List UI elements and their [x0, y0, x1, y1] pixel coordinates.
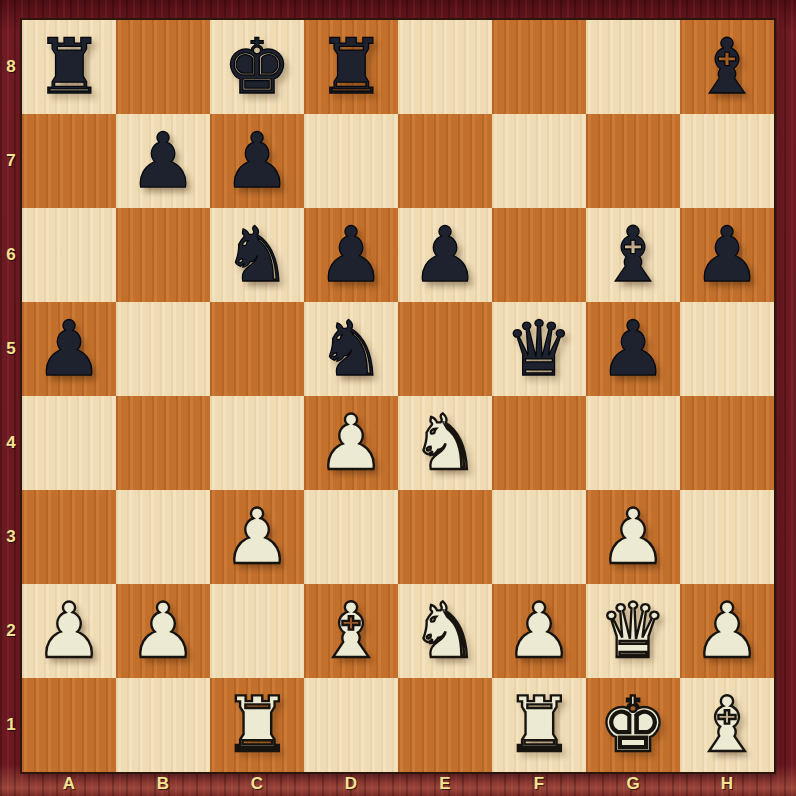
- square-f2[interactable]: ♟: [492, 584, 586, 678]
- square-c6[interactable]: ♞: [210, 208, 304, 302]
- piece-white-pawn: ♟: [223, 490, 291, 584]
- piece-white-bishop: ♝: [317, 584, 385, 678]
- square-f3[interactable]: [492, 490, 586, 584]
- rank-labels: 87654321: [0, 20, 22, 772]
- square-g7[interactable]: [586, 114, 680, 208]
- piece-white-rook: ♜: [223, 678, 291, 772]
- rank-label-7: 7: [0, 114, 22, 208]
- piece-white-king: ♚: [599, 678, 667, 772]
- rank-label-8: 8: [0, 20, 22, 114]
- square-a2[interactable]: ♟: [22, 584, 116, 678]
- chessboard-frame: 87654321 ♜♚♜♝♟♟♞♟♟♝♟♟♞♛♟♟♞♟♟♟♟♝♞♟♛♟♜♜♚♝ …: [0, 0, 796, 796]
- file-label-c: C: [210, 772, 304, 796]
- piece-white-pawn: ♟: [693, 584, 761, 678]
- square-g6[interactable]: ♝: [586, 208, 680, 302]
- square-b1[interactable]: [116, 678, 210, 772]
- piece-white-pawn: ♟: [317, 396, 385, 490]
- file-label-f: F: [492, 772, 586, 796]
- square-e6[interactable]: ♟: [398, 208, 492, 302]
- piece-black-pawn: ♟: [599, 302, 667, 396]
- square-g4[interactable]: [586, 396, 680, 490]
- square-a1[interactable]: [22, 678, 116, 772]
- piece-black-pawn: ♟: [129, 114, 197, 208]
- square-b7[interactable]: ♟: [116, 114, 210, 208]
- piece-black-bishop: ♝: [693, 20, 761, 114]
- square-h7[interactable]: [680, 114, 774, 208]
- rank-label-6: 6: [0, 208, 22, 302]
- square-c4[interactable]: [210, 396, 304, 490]
- square-b5[interactable]: [116, 302, 210, 396]
- square-b8[interactable]: [116, 20, 210, 114]
- square-g8[interactable]: [586, 20, 680, 114]
- piece-white-pawn: ♟: [35, 584, 103, 678]
- file-label-h: H: [680, 772, 774, 796]
- square-c7[interactable]: ♟: [210, 114, 304, 208]
- piece-black-pawn: ♟: [223, 114, 291, 208]
- square-d4[interactable]: ♟: [304, 396, 398, 490]
- piece-white-knight: ♞: [411, 584, 479, 678]
- square-f1[interactable]: ♜: [492, 678, 586, 772]
- piece-white-pawn: ♟: [129, 584, 197, 678]
- square-b3[interactable]: [116, 490, 210, 584]
- square-h1[interactable]: ♝: [680, 678, 774, 772]
- piece-black-knight: ♞: [317, 302, 385, 396]
- piece-black-pawn: ♟: [317, 208, 385, 302]
- square-h4[interactable]: [680, 396, 774, 490]
- piece-white-queen: ♛: [599, 584, 667, 678]
- square-c5[interactable]: [210, 302, 304, 396]
- square-d3[interactable]: [304, 490, 398, 584]
- square-f6[interactable]: [492, 208, 586, 302]
- rank-label-2: 2: [0, 584, 22, 678]
- square-d1[interactable]: [304, 678, 398, 772]
- square-a8[interactable]: ♜: [22, 20, 116, 114]
- rank-label-3: 3: [0, 490, 22, 584]
- square-e5[interactable]: [398, 302, 492, 396]
- piece-black-bishop: ♝: [599, 208, 667, 302]
- piece-white-knight: ♞: [411, 396, 479, 490]
- square-h3[interactable]: [680, 490, 774, 584]
- square-b6[interactable]: [116, 208, 210, 302]
- piece-white-pawn: ♟: [599, 490, 667, 584]
- square-h2[interactable]: ♟: [680, 584, 774, 678]
- square-f5[interactable]: ♛: [492, 302, 586, 396]
- square-c1[interactable]: ♜: [210, 678, 304, 772]
- piece-black-pawn: ♟: [411, 208, 479, 302]
- square-c8[interactable]: ♚: [210, 20, 304, 114]
- square-h8[interactable]: ♝: [680, 20, 774, 114]
- piece-black-queen: ♛: [505, 302, 573, 396]
- square-a4[interactable]: [22, 396, 116, 490]
- square-c2[interactable]: [210, 584, 304, 678]
- square-a7[interactable]: [22, 114, 116, 208]
- square-e3[interactable]: [398, 490, 492, 584]
- file-labels: ABCDEFGH: [22, 772, 774, 796]
- file-label-g: G: [586, 772, 680, 796]
- rank-label-1: 1: [0, 678, 22, 772]
- square-e7[interactable]: [398, 114, 492, 208]
- piece-black-pawn: ♟: [693, 208, 761, 302]
- square-f8[interactable]: [492, 20, 586, 114]
- square-e1[interactable]: [398, 678, 492, 772]
- square-d2[interactable]: ♝: [304, 584, 398, 678]
- rank-label-4: 4: [0, 396, 22, 490]
- square-e2[interactable]: ♞: [398, 584, 492, 678]
- piece-white-bishop: ♝: [693, 678, 761, 772]
- piece-white-pawn: ♟: [505, 584, 573, 678]
- piece-black-knight: ♞: [223, 208, 291, 302]
- piece-black-rook: ♜: [35, 20, 103, 114]
- square-b2[interactable]: ♟: [116, 584, 210, 678]
- square-d6[interactable]: ♟: [304, 208, 398, 302]
- square-c3[interactable]: ♟: [210, 490, 304, 584]
- square-d7[interactable]: [304, 114, 398, 208]
- piece-black-rook: ♜: [317, 20, 385, 114]
- square-g5[interactable]: ♟: [586, 302, 680, 396]
- square-e4[interactable]: ♞: [398, 396, 492, 490]
- piece-black-pawn: ♟: [35, 302, 103, 396]
- square-a6[interactable]: [22, 208, 116, 302]
- chess-board: ♜♚♜♝♟♟♞♟♟♝♟♟♞♛♟♟♞♟♟♟♟♝♞♟♛♟♜♜♚♝: [22, 20, 774, 772]
- square-f4[interactable]: [492, 396, 586, 490]
- square-f7[interactable]: [492, 114, 586, 208]
- square-h6[interactable]: ♟: [680, 208, 774, 302]
- file-label-e: E: [398, 772, 492, 796]
- square-a5[interactable]: ♟: [22, 302, 116, 396]
- square-d5[interactable]: ♞: [304, 302, 398, 396]
- square-g2[interactable]: ♛: [586, 584, 680, 678]
- file-label-b: B: [116, 772, 210, 796]
- square-b4[interactable]: [116, 396, 210, 490]
- square-a3[interactable]: [22, 490, 116, 584]
- square-e8[interactable]: [398, 20, 492, 114]
- square-g3[interactable]: ♟: [586, 490, 680, 584]
- square-g1[interactable]: ♚: [586, 678, 680, 772]
- piece-white-rook: ♜: [505, 678, 573, 772]
- file-label-d: D: [304, 772, 398, 796]
- rank-label-5: 5: [0, 302, 22, 396]
- square-h5[interactable]: [680, 302, 774, 396]
- square-d8[interactable]: ♜: [304, 20, 398, 114]
- file-label-a: A: [22, 772, 116, 796]
- piece-black-king: ♚: [223, 20, 291, 114]
